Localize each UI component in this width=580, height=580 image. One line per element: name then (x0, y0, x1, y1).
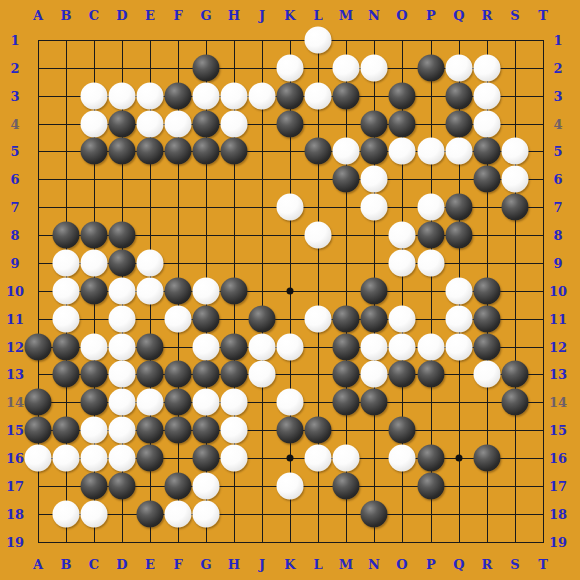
black-stone (165, 138, 192, 165)
row-label: 9 (553, 257, 562, 270)
white-stone (109, 445, 136, 472)
black-stone (333, 83, 360, 110)
black-stone (333, 166, 360, 193)
white-stone (221, 389, 248, 416)
white-stone (81, 445, 108, 472)
row-label: 12 (549, 341, 567, 354)
white-stone (446, 138, 473, 165)
white-stone (502, 166, 529, 193)
column-label: T (538, 558, 548, 571)
black-stone (502, 389, 529, 416)
row-label: 5 (10, 145, 19, 158)
white-stone (81, 111, 108, 138)
black-stone (137, 138, 164, 165)
column-label: O (396, 9, 407, 22)
row-label: 16 (549, 452, 567, 465)
black-stone (333, 361, 360, 388)
white-stone (165, 111, 192, 138)
black-stone (53, 361, 80, 388)
white-stone (193, 83, 220, 110)
go-board[interactable]: ABCDEFGHJKLMNOPQRST ABCDEFGHJKLMNOPQRST … (0, 0, 580, 580)
black-stone (446, 111, 473, 138)
white-stone (305, 306, 332, 333)
white-stone (165, 306, 192, 333)
white-stone (361, 166, 388, 193)
column-label: A (33, 558, 43, 571)
black-stone (137, 445, 164, 472)
white-stone (53, 250, 80, 277)
row-label: 8 (553, 229, 562, 242)
white-stone (193, 501, 220, 528)
column-label: L (313, 558, 322, 571)
black-stone (25, 389, 52, 416)
row-label: 10 (6, 285, 24, 298)
white-stone (137, 389, 164, 416)
column-label: M (339, 9, 353, 22)
black-stone (165, 417, 192, 444)
black-stone (446, 222, 473, 249)
white-stone (389, 445, 416, 472)
white-stone (53, 501, 80, 528)
white-stone (389, 250, 416, 277)
black-stone (474, 306, 501, 333)
white-stone (165, 501, 192, 528)
row-label: 12 (6, 341, 24, 354)
black-stone (249, 306, 276, 333)
row-label: 6 (553, 173, 562, 186)
white-stone (193, 334, 220, 361)
white-stone (137, 278, 164, 305)
black-stone (277, 417, 304, 444)
black-stone (81, 138, 108, 165)
white-stone (109, 334, 136, 361)
black-stone (165, 473, 192, 500)
column-label: N (368, 558, 380, 571)
white-stone (109, 306, 136, 333)
black-stone (333, 306, 360, 333)
black-stone (389, 83, 416, 110)
star-point (456, 455, 463, 462)
column-label: F (173, 558, 182, 571)
row-label: 6 (10, 173, 19, 186)
white-stone (361, 361, 388, 388)
white-stone (277, 389, 304, 416)
black-stone (109, 222, 136, 249)
white-stone (502, 138, 529, 165)
black-stone (474, 166, 501, 193)
white-stone (109, 417, 136, 444)
black-stone (474, 138, 501, 165)
row-label: 2 (553, 62, 562, 75)
black-stone (81, 473, 108, 500)
black-stone (221, 361, 248, 388)
black-stone (193, 445, 220, 472)
white-stone (418, 334, 445, 361)
column-label: K (284, 9, 295, 22)
black-stone (474, 278, 501, 305)
white-stone (277, 334, 304, 361)
grid-line-horizontal (38, 40, 544, 41)
white-stone (277, 194, 304, 221)
white-stone (81, 417, 108, 444)
grid-line-vertical (543, 40, 544, 543)
row-label: 17 (549, 480, 567, 493)
white-stone (361, 334, 388, 361)
column-label: R (482, 558, 493, 571)
black-stone (277, 111, 304, 138)
white-stone (137, 111, 164, 138)
row-label: 13 (549, 368, 567, 381)
black-stone (418, 445, 445, 472)
column-label: T (538, 9, 548, 22)
column-label: O (396, 558, 407, 571)
column-label: G (200, 9, 211, 22)
white-stone (249, 334, 276, 361)
black-stone (165, 389, 192, 416)
black-stone (109, 250, 136, 277)
row-label: 3 (553, 90, 562, 103)
column-label: Q (453, 558, 464, 571)
black-stone (137, 417, 164, 444)
black-stone (389, 417, 416, 444)
black-stone (193, 306, 220, 333)
star-point (287, 455, 294, 462)
black-stone (165, 83, 192, 110)
black-stone (221, 334, 248, 361)
black-stone (109, 111, 136, 138)
white-stone (389, 334, 416, 361)
black-stone (81, 222, 108, 249)
white-stone (109, 278, 136, 305)
white-stone (277, 473, 304, 500)
white-stone (474, 361, 501, 388)
black-stone (333, 334, 360, 361)
white-stone (193, 278, 220, 305)
white-stone (137, 83, 164, 110)
white-stone (137, 250, 164, 277)
column-label: A (33, 9, 43, 22)
column-label: C (89, 9, 99, 22)
column-label: L (313, 9, 322, 22)
black-stone (193, 417, 220, 444)
black-stone (109, 138, 136, 165)
black-stone (389, 361, 416, 388)
white-stone (221, 417, 248, 444)
black-stone (474, 445, 501, 472)
white-stone (193, 389, 220, 416)
column-label: P (426, 558, 436, 571)
white-stone (446, 55, 473, 82)
white-stone (361, 194, 388, 221)
white-stone (53, 278, 80, 305)
row-label: 9 (10, 257, 19, 270)
black-stone (305, 417, 332, 444)
column-label: Q (453, 9, 464, 22)
row-label: 1 (553, 34, 562, 47)
black-stone (165, 278, 192, 305)
white-stone (418, 194, 445, 221)
white-stone (474, 55, 501, 82)
black-stone (361, 278, 388, 305)
column-label: D (116, 558, 127, 571)
column-label: R (482, 9, 493, 22)
black-stone (193, 138, 220, 165)
black-stone (502, 194, 529, 221)
row-label: 4 (10, 118, 19, 131)
black-stone (165, 361, 192, 388)
column-label: S (510, 9, 519, 22)
black-stone (193, 55, 220, 82)
black-stone (221, 138, 248, 165)
column-label: N (368, 9, 380, 22)
black-stone (25, 334, 52, 361)
black-stone (361, 306, 388, 333)
column-label: J (259, 9, 265, 22)
column-label: H (228, 558, 240, 571)
black-stone (53, 222, 80, 249)
black-stone (361, 111, 388, 138)
column-label: B (61, 9, 72, 22)
white-stone (53, 306, 80, 333)
row-label: 15 (549, 424, 567, 437)
white-stone (193, 473, 220, 500)
white-stone (221, 83, 248, 110)
white-stone (333, 55, 360, 82)
white-stone (81, 250, 108, 277)
grid-line-vertical (515, 40, 516, 543)
column-label: G (200, 558, 211, 571)
white-stone (418, 138, 445, 165)
row-label: 11 (6, 313, 24, 326)
white-stone (418, 250, 445, 277)
white-stone (305, 222, 332, 249)
white-stone (389, 138, 416, 165)
black-stone (446, 83, 473, 110)
row-label: 10 (549, 285, 567, 298)
grid-line-horizontal (38, 542, 544, 543)
white-stone (221, 111, 248, 138)
black-stone (53, 334, 80, 361)
white-stone (305, 445, 332, 472)
black-stone (474, 334, 501, 361)
black-stone (221, 278, 248, 305)
row-label: 3 (10, 90, 19, 103)
black-stone (502, 361, 529, 388)
black-stone (418, 222, 445, 249)
white-stone (361, 55, 388, 82)
black-stone (305, 138, 332, 165)
column-label: D (116, 9, 127, 22)
column-label: P (426, 9, 436, 22)
column-label: H (228, 9, 240, 22)
column-label: J (259, 558, 265, 571)
white-stone (389, 222, 416, 249)
black-stone (361, 389, 388, 416)
white-stone (446, 306, 473, 333)
star-point (287, 288, 294, 295)
white-stone (109, 389, 136, 416)
white-stone (81, 501, 108, 528)
white-stone (333, 445, 360, 472)
row-label: 2 (10, 62, 19, 75)
column-label: B (61, 558, 72, 571)
white-stone (474, 83, 501, 110)
white-stone (446, 278, 473, 305)
black-stone (446, 194, 473, 221)
row-label: 4 (553, 118, 562, 131)
white-stone (109, 83, 136, 110)
black-stone (277, 83, 304, 110)
black-stone (333, 389, 360, 416)
row-label: 17 (6, 480, 24, 493)
grid-line-horizontal (38, 179, 544, 180)
black-stone (137, 361, 164, 388)
row-label: 7 (10, 201, 19, 214)
white-stone (249, 361, 276, 388)
column-label: F (173, 9, 182, 22)
black-stone (418, 473, 445, 500)
black-stone (25, 417, 52, 444)
black-stone (81, 389, 108, 416)
black-stone (418, 55, 445, 82)
white-stone (333, 138, 360, 165)
row-label: 8 (10, 229, 19, 242)
white-stone (305, 27, 332, 54)
column-label: C (89, 558, 99, 571)
white-stone (249, 83, 276, 110)
row-label: 18 (549, 508, 567, 521)
black-stone (109, 473, 136, 500)
black-stone (137, 501, 164, 528)
grid-line-horizontal (38, 514, 544, 515)
black-stone (81, 278, 108, 305)
row-label: 14 (549, 396, 567, 409)
black-stone (418, 361, 445, 388)
black-stone (53, 417, 80, 444)
row-label: 18 (6, 508, 24, 521)
row-label: 1 (10, 34, 19, 47)
white-stone (389, 306, 416, 333)
black-stone (81, 361, 108, 388)
row-label: 7 (553, 201, 562, 214)
white-stone (446, 334, 473, 361)
white-stone (81, 334, 108, 361)
black-stone (137, 334, 164, 361)
white-stone (277, 55, 304, 82)
white-stone (474, 111, 501, 138)
column-label: M (339, 558, 353, 571)
black-stone (193, 111, 220, 138)
row-label: 11 (549, 313, 567, 326)
row-label: 15 (6, 424, 24, 437)
row-label: 19 (549, 536, 567, 549)
row-label: 5 (553, 145, 562, 158)
row-label: 16 (6, 452, 24, 465)
row-label: 14 (6, 396, 24, 409)
black-stone (193, 361, 220, 388)
column-label: K (284, 558, 295, 571)
row-label: 19 (6, 536, 24, 549)
column-label: S (510, 558, 519, 571)
column-label: E (145, 9, 155, 22)
white-stone (109, 361, 136, 388)
white-stone (221, 445, 248, 472)
row-label: 13 (6, 368, 24, 381)
black-stone (361, 501, 388, 528)
white-stone (25, 445, 52, 472)
black-stone (389, 111, 416, 138)
black-stone (361, 138, 388, 165)
white-stone (305, 83, 332, 110)
white-stone (53, 445, 80, 472)
white-stone (81, 83, 108, 110)
column-label: E (145, 558, 155, 571)
black-stone (333, 473, 360, 500)
